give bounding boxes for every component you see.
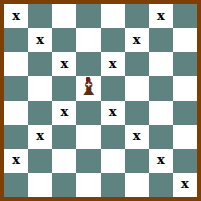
square-g3[interactable] [149,125,173,149]
square-b4[interactable] [28,101,52,125]
move-marker-x: x [133,129,141,142]
square-d4[interactable] [76,101,100,125]
square-f2[interactable] [125,149,149,173]
square-c1[interactable] [52,173,76,197]
square-c2[interactable] [52,149,76,173]
move-marker-x: x [181,177,189,190]
square-f5[interactable] [125,76,149,100]
square-d2[interactable] [76,149,100,173]
square-c6[interactable]: x [52,52,76,76]
square-e2[interactable] [101,149,125,173]
square-a3[interactable] [4,125,28,149]
square-h2[interactable] [173,149,197,173]
move-marker-x: x [109,57,117,70]
square-b7[interactable]: x [28,28,52,52]
square-d8[interactable] [76,4,100,28]
square-g8[interactable]: x [149,4,173,28]
square-e6[interactable]: x [101,52,125,76]
move-marker-x: x [157,9,165,22]
square-h3[interactable] [173,125,197,149]
square-h1[interactable]: x [173,173,197,197]
move-marker-x: x [133,33,141,46]
square-b1[interactable] [28,173,52,197]
move-marker-x: x [60,105,68,118]
square-e5[interactable] [101,76,125,100]
square-b3[interactable]: x [28,125,52,149]
square-h4[interactable] [173,101,197,125]
square-c3[interactable] [52,125,76,149]
square-e4[interactable]: x [101,101,125,125]
square-b5[interactable] [28,76,52,100]
move-marker-x: x [109,105,117,118]
square-c5[interactable] [52,76,76,100]
move-marker-x: x [157,153,165,166]
square-f4[interactable] [125,101,149,125]
square-a7[interactable] [4,28,28,52]
square-g7[interactable] [149,28,173,52]
move-marker-x: x [12,153,20,166]
square-d7[interactable] [76,28,100,52]
square-d1[interactable] [76,173,100,197]
square-e3[interactable] [101,125,125,149]
square-g5[interactable] [149,76,173,100]
square-b8[interactable] [28,4,52,28]
square-d6[interactable] [76,52,100,76]
square-f7[interactable]: x [125,28,149,52]
board-frame: xxxxxx♝xxxxxxx [0,0,201,201]
move-marker-x: x [60,57,68,70]
square-f3[interactable]: x [125,125,149,149]
square-a2[interactable]: x [4,149,28,173]
square-g2[interactable]: x [149,149,173,173]
square-h7[interactable] [173,28,197,52]
square-b2[interactable] [28,149,52,173]
square-c4[interactable]: x [52,101,76,125]
square-e8[interactable] [101,4,125,28]
move-marker-x: x [36,33,44,46]
square-h6[interactable] [173,52,197,76]
square-a5[interactable] [4,76,28,100]
square-h5[interactable] [173,76,197,100]
move-marker-x: x [36,129,44,142]
square-a1[interactable] [4,173,28,197]
square-a4[interactable] [4,101,28,125]
square-a8[interactable]: x [4,4,28,28]
chess-board: xxxxxx♝xxxxxxx [4,4,197,197]
square-c7[interactable] [52,28,76,52]
square-g4[interactable] [149,101,173,125]
square-f1[interactable] [125,173,149,197]
square-e1[interactable] [101,173,125,197]
square-b6[interactable] [28,52,52,76]
square-d5[interactable]: ♝ [76,76,100,100]
square-c8[interactable] [52,4,76,28]
square-g6[interactable] [149,52,173,76]
square-g1[interactable] [149,173,173,197]
square-h8[interactable] [173,4,197,28]
square-d3[interactable] [76,125,100,149]
move-marker-x: x [12,9,20,22]
square-f8[interactable] [125,4,149,28]
square-e7[interactable] [101,28,125,52]
square-a6[interactable] [4,52,28,76]
square-f6[interactable] [125,52,149,76]
